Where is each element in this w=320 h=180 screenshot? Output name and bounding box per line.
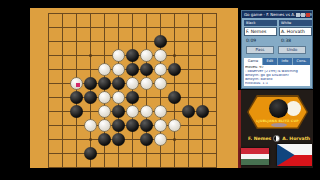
close-icon[interactable] bbox=[306, 13, 310, 17]
chat-area[interactable]: moves: 97- observer [2199] is watchingwh… bbox=[244, 65, 310, 86]
maximize-button-icon[interactable] bbox=[301, 13, 305, 17]
star-point bbox=[173, 54, 176, 57]
white-stone bbox=[112, 49, 125, 62]
black-player-label: Black bbox=[244, 20, 277, 26]
black-stone bbox=[140, 63, 153, 76]
star-point bbox=[89, 54, 92, 57]
black-stone bbox=[126, 91, 139, 104]
players-overlay: F. Nemes A. Horvath bbox=[238, 134, 320, 142]
flag-hungary bbox=[241, 148, 269, 165]
tab-bar: GameEditInfoCons. bbox=[244, 58, 310, 65]
white-stone bbox=[140, 105, 153, 118]
white-stone bbox=[168, 119, 181, 132]
white-stone bbox=[112, 63, 125, 76]
black-stone bbox=[126, 63, 139, 76]
black-stone bbox=[182, 105, 195, 118]
white-stone bbox=[98, 105, 111, 118]
go-client-window: Go game - F. Nemes vs A. Horvath Black W… bbox=[241, 10, 313, 89]
logo-sub-blob bbox=[271, 123, 287, 127]
white-stone bbox=[154, 119, 167, 132]
white-stone bbox=[98, 119, 111, 132]
white-stone bbox=[154, 63, 167, 76]
white-stone bbox=[154, 105, 167, 118]
black-stone bbox=[140, 119, 153, 132]
black-stone bbox=[140, 133, 153, 146]
white-stone bbox=[70, 77, 83, 90]
flag-stripe bbox=[241, 159, 269, 165]
star-point bbox=[173, 138, 176, 141]
white-stone bbox=[154, 77, 167, 90]
undo-button[interactable]: Undo bbox=[278, 46, 306, 54]
left-player-name: F. Nemes bbox=[248, 136, 271, 141]
black-name-field[interactable]: F. Nemes bbox=[244, 27, 277, 36]
black-stone bbox=[168, 91, 181, 104]
white-stone bbox=[126, 77, 139, 90]
white-stone bbox=[140, 49, 153, 62]
black-stone bbox=[196, 105, 209, 118]
white-name-field[interactable]: A. Horvath bbox=[279, 27, 312, 36]
pillarbox-left bbox=[0, 0, 30, 180]
black-stone bbox=[70, 91, 83, 104]
flag-czech-republic bbox=[277, 144, 312, 166]
letterbox-top bbox=[0, 0, 320, 8]
right-player-name: A. Horvath bbox=[282, 136, 310, 141]
white-clock: 0:38 bbox=[281, 38, 291, 43]
black-stone bbox=[112, 119, 125, 132]
black-stone bbox=[154, 35, 167, 48]
black-clock: 0:09 bbox=[246, 38, 256, 43]
black-stone-eclipse-icon bbox=[269, 99, 288, 118]
white-stone-crescent-icon bbox=[286, 101, 301, 116]
tournament-logo: LJUBLJANA BLITZ CUP bbox=[247, 95, 308, 129]
black-stone bbox=[112, 77, 125, 90]
black-stone bbox=[98, 133, 111, 146]
white-stone bbox=[154, 133, 167, 146]
white-stone bbox=[154, 49, 167, 62]
black-stone bbox=[126, 49, 139, 62]
letterbox-bottom bbox=[0, 168, 320, 180]
white-stone bbox=[84, 119, 97, 132]
tournament-title: LJUBLJANA BLITZ CUP bbox=[249, 119, 307, 123]
tab-info[interactable]: Info bbox=[278, 58, 292, 65]
black-stone bbox=[84, 91, 97, 104]
stone-duo-icon bbox=[273, 135, 280, 142]
black-stone bbox=[84, 77, 97, 90]
tab-game[interactable]: Game bbox=[244, 58, 262, 65]
black-stone bbox=[112, 105, 125, 118]
video-frame: Go game - F. Nemes vs A. Horvath Black W… bbox=[0, 0, 320, 180]
pillarbox-right bbox=[313, 0, 320, 180]
white-stone bbox=[112, 91, 125, 104]
black-stone bbox=[168, 63, 181, 76]
white-stone bbox=[98, 91, 111, 104]
black-stone bbox=[84, 147, 97, 160]
white-player-label: White bbox=[279, 20, 312, 26]
pass-button[interactable]: Pass bbox=[246, 46, 274, 54]
black-stone bbox=[98, 77, 111, 90]
tab-edit[interactable]: Edit bbox=[263, 58, 277, 65]
star-point bbox=[89, 138, 92, 141]
last-move-marker bbox=[76, 83, 80, 87]
white-stone bbox=[98, 63, 111, 76]
white-stone bbox=[140, 77, 153, 90]
black-stone bbox=[70, 105, 83, 118]
hexagon-background: LJUBLJANA BLITZ CUP bbox=[249, 97, 307, 128]
board-grid bbox=[48, 13, 217, 168]
tab-cons[interactable]: Cons. bbox=[293, 58, 310, 65]
minimize-button-icon[interactable] bbox=[296, 13, 300, 17]
black-stone bbox=[126, 119, 139, 132]
white-stone bbox=[126, 105, 139, 118]
black-stone bbox=[112, 133, 125, 146]
go-board[interactable] bbox=[30, 8, 238, 168]
